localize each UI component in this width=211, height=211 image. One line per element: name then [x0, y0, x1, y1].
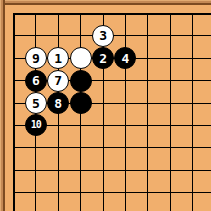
stone-black-plain	[70, 70, 92, 92]
stone-black-6: 6	[25, 70, 47, 92]
move-number: 7	[54, 74, 62, 87]
move-number: 1	[54, 52, 62, 65]
stone-black-8: 8	[47, 92, 69, 114]
stone-white-plain	[70, 47, 92, 69]
move-number: 5	[32, 97, 40, 110]
stone-white-5: 5	[25, 92, 47, 114]
move-number: 10	[31, 120, 41, 130]
stone-black-4: 4	[114, 47, 136, 69]
move-number: 9	[32, 52, 40, 65]
board-edge-top	[0, 0, 211, 5]
stone-white-3: 3	[92, 25, 114, 47]
move-number: 4	[122, 52, 130, 65]
stone-white-9: 9	[25, 47, 47, 69]
stone-black-2: 2	[92, 47, 114, 69]
stone-white-7: 7	[47, 70, 69, 92]
move-number: 6	[32, 74, 40, 87]
board-edge-left	[0, 0, 5, 211]
move-number: 2	[99, 52, 107, 65]
stone-white-1: 1	[47, 47, 69, 69]
stone-layer: 39124675810	[2, 2, 204, 204]
go-board: 39124675810	[0, 0, 211, 211]
stone-black-plain	[70, 92, 92, 114]
stone-black-10: 10	[25, 114, 47, 136]
move-number: 8	[54, 97, 62, 110]
move-number: 3	[99, 29, 107, 42]
